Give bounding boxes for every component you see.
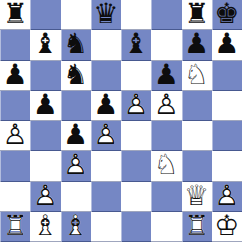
white-knight[interactable]: ♞♘: [182, 61, 212, 91]
white-knight[interactable]: ♞♘: [151, 151, 181, 181]
black-bishop[interactable]: ♝: [121, 30, 151, 60]
square-b4[interactable]: [30, 121, 60, 151]
black-pawn[interactable]: ♟: [30, 91, 60, 121]
square-b6[interactable]: [30, 61, 60, 91]
square-e7[interactable]: ♝: [121, 30, 151, 60]
square-f7[interactable]: [151, 30, 181, 60]
square-h6[interactable]: [212, 61, 242, 91]
square-a3[interactable]: [0, 151, 30, 181]
square-e2[interactable]: [121, 182, 151, 212]
white-pawn[interactable]: ♟♙: [212, 182, 242, 212]
square-g4[interactable]: [182, 121, 212, 151]
square-a6[interactable]: ♟: [0, 61, 30, 91]
square-h3[interactable]: [212, 151, 242, 181]
square-g5[interactable]: [182, 91, 212, 121]
square-e1[interactable]: [121, 212, 151, 242]
black-pawn[interactable]: ♟: [61, 121, 91, 151]
black-pawn[interactable]: ♟: [91, 91, 121, 121]
square-g1[interactable]: ♜♖: [182, 212, 212, 242]
square-h7[interactable]: ♟: [212, 30, 242, 60]
square-c3[interactable]: ♟♙: [61, 151, 91, 181]
square-f2[interactable]: [151, 182, 181, 212]
white-pawn[interactable]: ♟♙: [121, 91, 151, 121]
white-bishop[interactable]: ♝♗: [61, 212, 91, 242]
square-b1[interactable]: ♝♗: [30, 212, 60, 242]
square-a7[interactable]: [0, 30, 30, 60]
square-h1[interactable]: ♚♔: [212, 212, 242, 242]
square-c2[interactable]: [61, 182, 91, 212]
square-e5[interactable]: ♟♙: [121, 91, 151, 121]
square-a2[interactable]: [0, 182, 30, 212]
square-e8[interactable]: [121, 0, 151, 30]
black-pawn[interactable]: ♟: [151, 61, 181, 91]
square-h2[interactable]: ♟♙: [212, 182, 242, 212]
white-pawn[interactable]: ♟♙: [0, 121, 30, 151]
square-f5[interactable]: ♟♙: [151, 91, 181, 121]
square-d5[interactable]: ♟: [91, 91, 121, 121]
black-pawn[interactable]: ♟: [212, 30, 242, 60]
white-pawn[interactable]: ♟♙: [61, 151, 91, 181]
white-rook[interactable]: ♜♖: [0, 212, 30, 242]
square-b3[interactable]: [30, 151, 60, 181]
square-h4[interactable]: [212, 121, 242, 151]
square-d7[interactable]: [91, 30, 121, 60]
square-g8[interactable]: ♜: [182, 0, 212, 30]
square-d2[interactable]: [91, 182, 121, 212]
square-g6[interactable]: ♞♘: [182, 61, 212, 91]
square-d6[interactable]: [91, 61, 121, 91]
black-king[interactable]: ♚: [212, 0, 242, 30]
square-c7[interactable]: ♞: [61, 30, 91, 60]
square-h8[interactable]: ♚: [212, 0, 242, 30]
white-pawn[interactable]: ♟♙: [30, 182, 60, 212]
square-d1[interactable]: [91, 212, 121, 242]
white-king[interactable]: ♚♔: [212, 212, 242, 242]
black-rook[interactable]: ♜: [182, 0, 212, 30]
square-d4[interactable]: ♟♙: [91, 121, 121, 151]
square-e6[interactable]: [121, 61, 151, 91]
square-e4[interactable]: [121, 121, 151, 151]
black-knight[interactable]: ♞: [61, 61, 91, 91]
square-f3[interactable]: ♞♘: [151, 151, 181, 181]
square-d3[interactable]: [91, 151, 121, 181]
square-c1[interactable]: ♝♗: [61, 212, 91, 242]
square-c4[interactable]: ♟: [61, 121, 91, 151]
square-d8[interactable]: ♛: [91, 0, 121, 30]
square-b5[interactable]: ♟: [30, 91, 60, 121]
white-pawn[interactable]: ♟♙: [151, 91, 181, 121]
black-pawn[interactable]: ♟: [0, 61, 30, 91]
chess-board: ♜♛♜♚♝♞♝♟♟♟♞♟♞♘♟♟♟♙♟♙♟♙♟♟♙♟♙♞♘♟♙♛♕♟♙♜♖♝♗♝…: [0, 0, 242, 242]
black-knight[interactable]: ♞: [61, 30, 91, 60]
square-b2[interactable]: ♟♙: [30, 182, 60, 212]
square-a5[interactable]: [0, 91, 30, 121]
black-rook[interactable]: ♜: [0, 0, 30, 30]
square-c8[interactable]: [61, 0, 91, 30]
square-g3[interactable]: [182, 151, 212, 181]
square-c5[interactable]: [61, 91, 91, 121]
square-e3[interactable]: [121, 151, 151, 181]
square-a8[interactable]: ♜: [0, 0, 30, 30]
white-bishop[interactable]: ♝♗: [30, 212, 60, 242]
square-a1[interactable]: ♜♖: [0, 212, 30, 242]
black-queen[interactable]: ♛: [91, 0, 121, 30]
black-bishop[interactable]: ♝: [30, 30, 60, 60]
square-g2[interactable]: ♛♕: [182, 182, 212, 212]
square-b7[interactable]: ♝: [30, 30, 60, 60]
square-f1[interactable]: [151, 212, 181, 242]
square-f8[interactable]: [151, 0, 181, 30]
black-pawn[interactable]: ♟: [182, 30, 212, 60]
square-h5[interactable]: [212, 91, 242, 121]
square-a4[interactable]: ♟♙: [0, 121, 30, 151]
square-f6[interactable]: ♟: [151, 61, 181, 91]
square-g7[interactable]: ♟: [182, 30, 212, 60]
square-b8[interactable]: [30, 0, 60, 30]
white-pawn[interactable]: ♟♙: [91, 121, 121, 151]
square-c6[interactable]: ♞: [61, 61, 91, 91]
white-queen[interactable]: ♛♕: [182, 182, 212, 212]
square-f4[interactable]: [151, 121, 181, 151]
white-rook[interactable]: ♜♖: [182, 212, 212, 242]
